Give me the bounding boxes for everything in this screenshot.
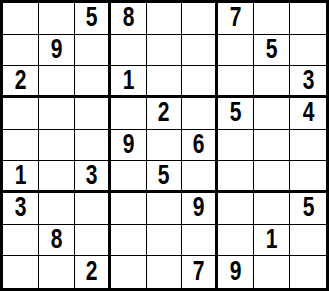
cell-r2c8[interactable]: 5 xyxy=(254,35,290,67)
cell-r3c1[interactable]: 2 xyxy=(3,66,39,98)
cell-r3c8[interactable] xyxy=(254,66,290,98)
cell-r8c5[interactable] xyxy=(147,225,183,257)
cell-r6c2[interactable] xyxy=(39,161,75,193)
cell-r2c5[interactable] xyxy=(147,35,183,67)
given-digit: 2 xyxy=(85,258,97,286)
cell-r9c3[interactable]: 2 xyxy=(75,256,111,288)
cell-r4c7[interactable]: 5 xyxy=(218,98,254,130)
cell-r2c9[interactable] xyxy=(290,35,326,67)
cell-r8c7[interactable] xyxy=(218,225,254,257)
sudoku-board: 587952132549613539581279 xyxy=(0,0,329,291)
cell-r5c8[interactable] xyxy=(254,130,290,162)
cell-r5c4[interactable]: 9 xyxy=(111,130,147,162)
cell-r9c8[interactable] xyxy=(254,256,290,288)
cell-r1c2[interactable] xyxy=(39,3,75,35)
cell-r7c1[interactable]: 3 xyxy=(3,193,39,225)
cell-r6c1[interactable]: 1 xyxy=(3,161,39,193)
cell-r9c1[interactable] xyxy=(3,256,39,288)
cell-r5c9[interactable] xyxy=(290,130,326,162)
cell-r6c4[interactable] xyxy=(111,161,147,193)
cell-r5c3[interactable] xyxy=(75,130,111,162)
given-digit: 4 xyxy=(302,99,314,127)
given-digit: 7 xyxy=(193,258,205,286)
cell-r5c2[interactable] xyxy=(39,130,75,162)
cell-r6c7[interactable] xyxy=(218,161,254,193)
cell-r6c3[interactable]: 3 xyxy=(75,161,111,193)
cell-r8c8[interactable]: 1 xyxy=(254,225,290,257)
cell-r7c9[interactable]: 5 xyxy=(290,193,326,225)
cell-r7c4[interactable] xyxy=(111,193,147,225)
cell-r7c2[interactable] xyxy=(39,193,75,225)
given-digit: 5 xyxy=(302,194,314,222)
cell-r3c4[interactable]: 1 xyxy=(111,66,147,98)
cell-r1c7[interactable]: 7 xyxy=(218,3,254,35)
given-digit: 2 xyxy=(158,99,170,127)
cell-r4c5[interactable]: 2 xyxy=(147,98,183,130)
cell-r6c9[interactable] xyxy=(290,161,326,193)
cell-r3c3[interactable] xyxy=(75,66,111,98)
cell-r6c5[interactable]: 5 xyxy=(147,161,183,193)
cell-r2c6[interactable] xyxy=(182,35,218,67)
cell-r3c6[interactable] xyxy=(182,66,218,98)
cell-r3c9[interactable]: 3 xyxy=(290,66,326,98)
cell-r4c4[interactable] xyxy=(111,98,147,130)
given-digit: 2 xyxy=(15,67,27,95)
cell-r5c6[interactable]: 6 xyxy=(182,130,218,162)
given-digit: 3 xyxy=(85,162,97,190)
given-digit: 1 xyxy=(266,226,278,254)
cell-r7c8[interactable] xyxy=(254,193,290,225)
given-digit: 9 xyxy=(50,36,62,64)
cell-r8c2[interactable]: 8 xyxy=(39,225,75,257)
cell-r1c9[interactable] xyxy=(290,3,326,35)
cell-r3c2[interactable] xyxy=(39,66,75,98)
sudoku-page: 587952132549613539581279 xyxy=(0,0,329,291)
cell-r4c9[interactable]: 4 xyxy=(290,98,326,130)
cell-r2c2[interactable]: 9 xyxy=(39,35,75,67)
cell-r1c3[interactable]: 5 xyxy=(75,3,111,35)
cell-r9c6[interactable]: 7 xyxy=(182,256,218,288)
given-digit: 9 xyxy=(122,131,134,159)
cell-r8c3[interactable] xyxy=(75,225,111,257)
given-digit: 5 xyxy=(85,4,97,32)
cell-r9c9[interactable] xyxy=(290,256,326,288)
cell-r3c7[interactable] xyxy=(218,66,254,98)
cell-r9c2[interactable] xyxy=(39,256,75,288)
cell-r5c5[interactable] xyxy=(147,130,183,162)
cell-r8c4[interactable] xyxy=(111,225,147,257)
given-digit: 7 xyxy=(230,4,242,32)
cell-r1c1[interactable] xyxy=(3,3,39,35)
given-digit: 1 xyxy=(15,162,27,190)
cell-r8c1[interactable] xyxy=(3,225,39,257)
cell-r2c4[interactable] xyxy=(111,35,147,67)
given-digit: 5 xyxy=(158,162,170,190)
given-digit: 8 xyxy=(122,4,134,32)
given-digit: 8 xyxy=(50,226,62,254)
cell-r7c7[interactable] xyxy=(218,193,254,225)
given-digit: 5 xyxy=(230,99,242,127)
cell-r5c1[interactable] xyxy=(3,130,39,162)
cell-r7c6[interactable]: 9 xyxy=(182,193,218,225)
cell-r1c6[interactable] xyxy=(182,3,218,35)
given-digit: 6 xyxy=(193,131,205,159)
given-digit: 3 xyxy=(15,194,27,222)
cell-r3c5[interactable] xyxy=(147,66,183,98)
cell-r4c3[interactable] xyxy=(75,98,111,130)
cell-r1c8[interactable] xyxy=(254,3,290,35)
cell-r9c5[interactable] xyxy=(147,256,183,288)
cell-r6c8[interactable] xyxy=(254,161,290,193)
cell-r4c8[interactable] xyxy=(254,98,290,130)
cell-r8c9[interactable] xyxy=(290,225,326,257)
cell-r6c6[interactable] xyxy=(182,161,218,193)
cell-r4c1[interactable] xyxy=(3,98,39,130)
cell-r1c5[interactable] xyxy=(147,3,183,35)
cell-r2c7[interactable] xyxy=(218,35,254,67)
cell-r7c5[interactable] xyxy=(147,193,183,225)
cell-r9c4[interactable] xyxy=(111,256,147,288)
cell-r5c7[interactable] xyxy=(218,130,254,162)
cell-r2c3[interactable] xyxy=(75,35,111,67)
cell-r2c1[interactable] xyxy=(3,35,39,67)
cell-r9c7[interactable]: 9 xyxy=(218,256,254,288)
cell-r1c4[interactable]: 8 xyxy=(111,3,147,35)
cell-r8c6[interactable] xyxy=(182,225,218,257)
cell-r4c2[interactable] xyxy=(39,98,75,130)
given-digit: 9 xyxy=(193,194,205,222)
given-digit: 3 xyxy=(302,67,314,95)
cell-r4c6[interactable] xyxy=(182,98,218,130)
given-digit: 1 xyxy=(122,67,134,95)
given-digit: 5 xyxy=(266,36,278,64)
cell-r7c3[interactable] xyxy=(75,193,111,225)
given-digit: 9 xyxy=(230,258,242,286)
